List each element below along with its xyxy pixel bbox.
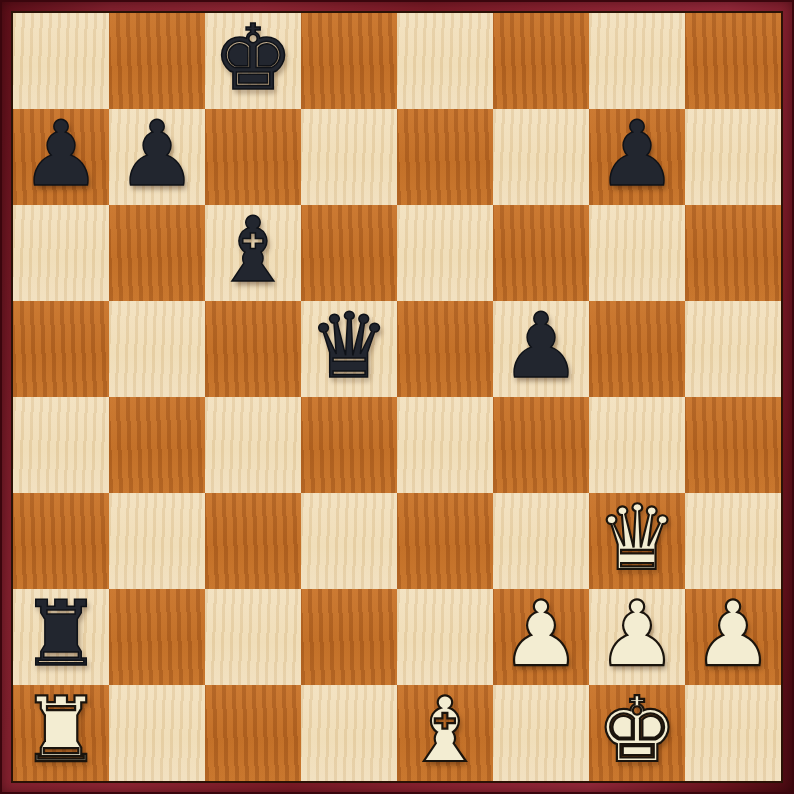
black-queen-piece[interactable]: ♛ (309, 298, 390, 394)
square-h7[interactable] (685, 109, 781, 205)
square-e7[interactable] (397, 109, 493, 205)
square-c5[interactable] (205, 301, 301, 397)
square-d1[interactable] (301, 685, 397, 781)
square-e5[interactable] (397, 301, 493, 397)
black-pawn-piece[interactable]: ♟ (597, 106, 678, 202)
square-f6[interactable] (493, 205, 589, 301)
square-b5[interactable] (109, 301, 205, 397)
square-c7[interactable] (205, 109, 301, 205)
black-king-piece[interactable]: ♚ (213, 10, 294, 106)
square-d5[interactable]: ♛ (301, 301, 397, 397)
black-pawn-piece[interactable]: ♟ (21, 106, 102, 202)
square-c6[interactable]: ♝ (205, 205, 301, 301)
square-h6[interactable] (685, 205, 781, 301)
white-king-piece[interactable]: ♚ (597, 682, 678, 778)
square-b8[interactable] (109, 13, 205, 109)
square-b2[interactable] (109, 589, 205, 685)
square-h1[interactable] (685, 685, 781, 781)
square-c8[interactable]: ♚ (205, 13, 301, 109)
square-e2[interactable] (397, 589, 493, 685)
square-f7[interactable] (493, 109, 589, 205)
square-f5[interactable]: ♟ (493, 301, 589, 397)
square-h5[interactable] (685, 301, 781, 397)
square-h4[interactable] (685, 397, 781, 493)
square-d6[interactable] (301, 205, 397, 301)
square-g1[interactable]: ♚ (589, 685, 685, 781)
square-g8[interactable] (589, 13, 685, 109)
square-a8[interactable] (13, 13, 109, 109)
square-g7[interactable]: ♟ (589, 109, 685, 205)
square-d3[interactable] (301, 493, 397, 589)
square-b6[interactable] (109, 205, 205, 301)
square-a1[interactable]: ♜ (13, 685, 109, 781)
square-e1[interactable]: ♝ (397, 685, 493, 781)
square-a6[interactable] (13, 205, 109, 301)
square-f1[interactable] (493, 685, 589, 781)
square-a3[interactable] (13, 493, 109, 589)
square-g2[interactable]: ♟ (589, 589, 685, 685)
square-c4[interactable] (205, 397, 301, 493)
white-pawn-piece[interactable]: ♟ (597, 586, 678, 682)
square-g4[interactable] (589, 397, 685, 493)
square-g5[interactable] (589, 301, 685, 397)
white-rook-piece[interactable]: ♜ (21, 682, 102, 778)
white-bishop-piece[interactable]: ♝ (405, 682, 486, 778)
black-pawn-piece[interactable]: ♟ (501, 298, 582, 394)
square-b1[interactable] (109, 685, 205, 781)
board-frame: ♚♟♟♟♝♛♟♛♜♟♟♟♜♝♚ (0, 0, 794, 794)
black-pawn-piece[interactable]: ♟ (117, 106, 198, 202)
white-queen-piece[interactable]: ♛ (597, 490, 678, 586)
square-a7[interactable]: ♟ (13, 109, 109, 205)
square-h3[interactable] (685, 493, 781, 589)
square-f3[interactable] (493, 493, 589, 589)
square-c3[interactable] (205, 493, 301, 589)
square-b7[interactable]: ♟ (109, 109, 205, 205)
square-c2[interactable] (205, 589, 301, 685)
square-e8[interactable] (397, 13, 493, 109)
white-pawn-piece[interactable]: ♟ (501, 586, 582, 682)
square-e6[interactable] (397, 205, 493, 301)
square-h8[interactable] (685, 13, 781, 109)
square-d2[interactable] (301, 589, 397, 685)
black-bishop-piece[interactable]: ♝ (213, 202, 294, 298)
square-c1[interactable] (205, 685, 301, 781)
square-g3[interactable]: ♛ (589, 493, 685, 589)
square-h2[interactable]: ♟ (685, 589, 781, 685)
square-a4[interactable] (13, 397, 109, 493)
square-f4[interactable] (493, 397, 589, 493)
square-e4[interactable] (397, 397, 493, 493)
square-a5[interactable] (13, 301, 109, 397)
chess-board: ♚♟♟♟♝♛♟♛♜♟♟♟♜♝♚ (11, 11, 783, 783)
black-rook-piece[interactable]: ♜ (21, 586, 102, 682)
square-f8[interactable] (493, 13, 589, 109)
square-g6[interactable] (589, 205, 685, 301)
square-b3[interactable] (109, 493, 205, 589)
square-a2[interactable]: ♜ (13, 589, 109, 685)
square-d4[interactable] (301, 397, 397, 493)
square-f2[interactable]: ♟ (493, 589, 589, 685)
square-e3[interactable] (397, 493, 493, 589)
square-d7[interactable] (301, 109, 397, 205)
white-pawn-piece[interactable]: ♟ (693, 586, 774, 682)
square-b4[interactable] (109, 397, 205, 493)
square-d8[interactable] (301, 13, 397, 109)
